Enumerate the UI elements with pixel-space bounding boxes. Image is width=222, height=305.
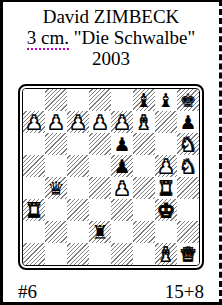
piece-white-rook: ♜ xyxy=(23,199,45,221)
square-a3: ♜ xyxy=(23,199,45,221)
square-a2 xyxy=(23,221,45,243)
square-d5 xyxy=(89,155,111,177)
square-a8 xyxy=(23,89,45,111)
square-b2 xyxy=(45,221,67,243)
square-d4 xyxy=(89,177,111,199)
square-f3 xyxy=(133,199,155,221)
square-d1 xyxy=(89,243,111,265)
piece-white-pawn: ♟ xyxy=(45,111,67,133)
square-e6: ♟ xyxy=(111,133,133,155)
problem-clipping: David ZIMBECK 3 cm. "Die Schwalbe" 2003 … xyxy=(0,0,222,305)
piece-black-bishop: ♝ xyxy=(133,89,155,111)
author-name: David ZIMBECK xyxy=(3,6,219,27)
square-c4 xyxy=(67,177,89,199)
piece-white-queen: ♛ xyxy=(177,243,199,265)
piece-black-king: ♚ xyxy=(177,89,199,111)
square-c3 xyxy=(67,199,89,221)
board-frame-outer: ♝♝♚♟♟♟♟♟♝♟♟♞♟♟♞♛♟♜♜♚♜♝♛ xyxy=(18,84,204,270)
piece-white-pawn: ♟ xyxy=(23,111,45,133)
source-prefix: 3 cm. xyxy=(27,27,69,50)
square-g1: ♝ xyxy=(155,243,177,265)
piece-white-rook: ♜ xyxy=(155,177,177,199)
square-h4 xyxy=(177,177,199,199)
square-c6 xyxy=(67,133,89,155)
year: 2003 xyxy=(3,48,219,69)
square-e4: ♟ xyxy=(111,177,133,199)
board-frame-inner: ♝♝♚♟♟♟♟♟♝♟♟♞♟♟♞♛♟♜♜♚♜♝♛ xyxy=(22,88,200,266)
source-title: "Die Schwalbe" xyxy=(74,27,196,48)
square-c8 xyxy=(67,89,89,111)
square-f4 xyxy=(133,177,155,199)
square-e8 xyxy=(111,89,133,111)
square-c1 xyxy=(67,243,89,265)
square-g3: ♚ xyxy=(155,199,177,221)
piece-white-pawn: ♟ xyxy=(111,177,133,199)
square-a4 xyxy=(23,177,45,199)
square-g6 xyxy=(155,133,177,155)
square-h7: ♟ xyxy=(177,111,199,133)
caption-row: #6 15+8 xyxy=(18,281,204,303)
piece-white-pawn: ♟ xyxy=(89,111,111,133)
piece-black-rook: ♜ xyxy=(89,221,111,243)
square-b3 xyxy=(45,199,67,221)
square-h6: ♞ xyxy=(177,133,199,155)
piece-white-bishop: ♝ xyxy=(133,111,155,133)
board: ♝♝♚♟♟♟♟♟♝♟♟♞♟♟♞♛♟♜♜♚♜♝♛ xyxy=(23,89,199,265)
square-b8 xyxy=(45,89,67,111)
piece-black-pawn: ♟ xyxy=(177,111,199,133)
square-e5: ♟ xyxy=(111,155,133,177)
square-e1 xyxy=(111,243,133,265)
square-h2 xyxy=(177,221,199,243)
square-h1: ♛ xyxy=(177,243,199,265)
piece-white-pawn: ♟ xyxy=(155,155,177,177)
square-b1 xyxy=(45,243,67,265)
square-d6 xyxy=(89,133,111,155)
problem-header: David ZIMBECK 3 cm. "Die Schwalbe" 2003 xyxy=(3,2,219,69)
material-count: 15+8 xyxy=(165,281,204,303)
square-e3 xyxy=(111,199,133,221)
square-h3 xyxy=(177,199,199,221)
square-d3 xyxy=(89,199,111,221)
square-a1 xyxy=(23,243,45,265)
square-a7: ♟ xyxy=(23,111,45,133)
square-b4: ♛ xyxy=(45,177,67,199)
square-e7: ♟ xyxy=(111,111,133,133)
square-f1 xyxy=(133,243,155,265)
piece-black-pawn: ♟ xyxy=(111,155,133,177)
square-f2 xyxy=(133,221,155,243)
square-b7: ♟ xyxy=(45,111,67,133)
square-h8: ♚ xyxy=(177,89,199,111)
square-a5 xyxy=(23,155,45,177)
square-f8: ♝ xyxy=(133,89,155,111)
square-f7: ♝ xyxy=(133,111,155,133)
square-f5 xyxy=(133,155,155,177)
piece-white-bishop: ♝ xyxy=(155,243,177,265)
piece-black-bishop: ♝ xyxy=(155,89,177,111)
piece-black-pawn: ♟ xyxy=(111,133,133,155)
source-line: 3 cm. "Die Schwalbe" xyxy=(3,27,219,48)
square-c5 xyxy=(67,155,89,177)
square-g4: ♜ xyxy=(155,177,177,199)
square-b6 xyxy=(45,133,67,155)
piece-white-knight: ♞ xyxy=(177,133,199,155)
piece-white-king: ♚ xyxy=(155,199,177,221)
square-f6 xyxy=(133,133,155,155)
piece-white-pawn: ♟ xyxy=(67,111,89,133)
square-d8 xyxy=(89,89,111,111)
piece-white-knight: ♞ xyxy=(177,155,199,177)
square-d7: ♟ xyxy=(89,111,111,133)
stipulation: #6 xyxy=(18,281,37,303)
piece-black-queen: ♛ xyxy=(45,177,67,199)
piece-white-pawn: ♟ xyxy=(111,111,133,133)
square-h5: ♞ xyxy=(177,155,199,177)
square-g2 xyxy=(155,221,177,243)
square-d2: ♜ xyxy=(89,221,111,243)
square-a6 xyxy=(23,133,45,155)
square-c2 xyxy=(67,221,89,243)
square-g7 xyxy=(155,111,177,133)
square-g8: ♝ xyxy=(155,89,177,111)
square-g5: ♟ xyxy=(155,155,177,177)
square-e2 xyxy=(111,221,133,243)
board-area: ♝♝♚♟♟♟♟♟♝♟♟♞♟♟♞♛♟♜♜♚♜♝♛ xyxy=(18,84,204,270)
square-b5 xyxy=(45,155,67,177)
square-c7: ♟ xyxy=(67,111,89,133)
